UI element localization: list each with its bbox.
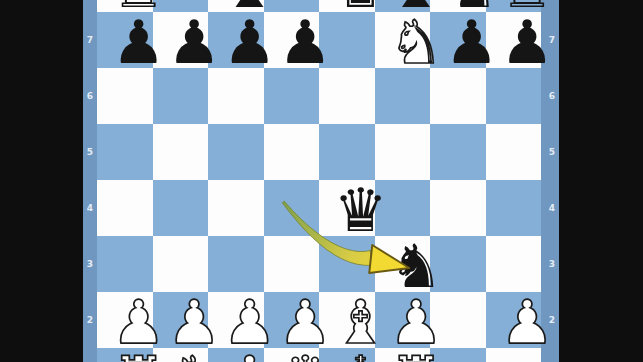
black-pawn-h7[interactable]: ♟ <box>500 12 556 68</box>
rank-label-right-5: 5 <box>545 147 559 157</box>
black-pawn-d7[interactable]: ♟ <box>278 12 334 68</box>
rank-label-right-6: 6 <box>545 91 559 101</box>
white-bishop-c1[interactable]: ♝ <box>222 348 278 362</box>
rank-label-right-3: 3 <box>545 259 559 269</box>
white-pawn-d2[interactable]: ♟ <box>278 292 334 348</box>
white-pawn-a2[interactable]: ♟ <box>111 292 167 348</box>
white-rook-f1[interactable]: ♜ <box>389 348 445 362</box>
rank-label-left-4: 4 <box>83 203 97 213</box>
white-rook-a1[interactable]: ♜ <box>111 348 167 362</box>
chess-board: 8877665544332211 ♜♝♚♝♞♜♟♟♟♟♞♟♟♛♞♟♟♟♟♝♟♟♜… <box>83 0 559 362</box>
white-knight-b1[interactable]: ♞ <box>167 348 223 362</box>
rank-label-left-5: 5 <box>83 147 97 157</box>
rank-label-left-7: 7 <box>83 35 97 45</box>
chess-app-screen: 8877665544332211 ♜♝♚♝♞♜♟♟♟♟♞♟♟♛♞♟♟♟♟♝♟♟♜… <box>0 0 643 362</box>
white-pawn-h2[interactable]: ♟ <box>500 292 556 348</box>
white-pawn-c2[interactable]: ♟ <box>222 292 278 348</box>
black-pawn-c7[interactable]: ♟ <box>222 12 278 68</box>
black-knight-f3[interactable]: ♞ <box>389 236 445 292</box>
rank-label-left-6: 6 <box>83 91 97 101</box>
black-pawn-g7[interactable]: ♟ <box>444 12 500 68</box>
white-pawn-b2[interactable]: ♟ <box>167 292 223 348</box>
rank-label-left-3: 3 <box>83 259 97 269</box>
rank-label-right-4: 4 <box>545 203 559 213</box>
black-king-e8[interactable]: ♚ <box>333 0 389 12</box>
white-queen-d1[interactable]: ♛ <box>278 348 334 362</box>
white-bishop-e2[interactable]: ♝ <box>333 292 389 348</box>
rank-label-left-2: 2 <box>83 315 97 325</box>
white-king-e1[interactable]: ♚ <box>333 348 389 362</box>
pieces-layer: ♜♝♚♝♞♜♟♟♟♟♞♟♟♛♞♟♟♟♟♝♟♟♜♞♝♛♚♜ <box>97 0 541 362</box>
white-pawn-f2[interactable]: ♟ <box>389 292 445 348</box>
white-knight-f7[interactable]: ♞ <box>389 12 445 68</box>
black-pawn-a7[interactable]: ♟ <box>111 12 167 68</box>
black-pawn-b7[interactable]: ♟ <box>167 12 223 68</box>
black-queen-e4[interactable]: ♛ <box>333 180 389 236</box>
